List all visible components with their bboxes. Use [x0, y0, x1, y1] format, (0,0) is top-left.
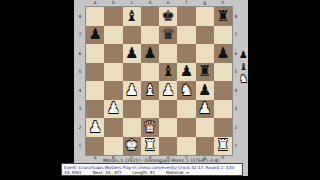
square-b1[interactable] [104, 137, 122, 156]
square-h7[interactable] [214, 26, 232, 45]
game-length: Length: 91 [133, 170, 156, 176]
square-a4[interactable] [86, 81, 104, 100]
coord-label: 1 [232, 137, 240, 156]
black-rook: ♜ [198, 64, 211, 79]
black-rook: ♜ [216, 9, 229, 24]
white-pawn: ♟ [198, 101, 211, 116]
material-balance: Material: = [166, 170, 189, 176]
black-queen: ♛ [161, 27, 174, 42]
square-d4[interactable]: ♝ [141, 81, 159, 100]
white-knight-icon: ♞ [239, 74, 248, 86]
square-g4[interactable]: ♟ [196, 81, 214, 100]
white-rook: ♜ [143, 138, 156, 153]
square-f4[interactable]: ♞ [177, 81, 195, 100]
square-b7[interactable] [104, 26, 122, 45]
black-pawn: ♟ [180, 64, 193, 79]
white-king: ♚ [125, 138, 138, 153]
square-g6[interactable] [196, 44, 214, 63]
square-b3[interactable]: ♟ [104, 100, 122, 119]
coord-label: g [196, 0, 214, 7]
chess-board[interactable]: ♝♚♜♟♛♟♟♟♝♟♜♟♝♟♞♟♟♟♟♛♚♜♜ [86, 7, 232, 155]
black-bishop: ♝ [125, 9, 138, 24]
square-f5[interactable]: ♟ [177, 63, 195, 82]
square-g5[interactable]: ♜ [196, 63, 214, 82]
coord-label: 8 [74, 7, 86, 26]
square-b8[interactable] [104, 7, 122, 26]
white-pawn: ♟ [107, 101, 120, 116]
square-g8[interactable] [196, 7, 214, 26]
coord-label: 2 [74, 118, 86, 137]
square-h1[interactable]: ♜ [214, 137, 232, 156]
black-pawn: ♟ [216, 46, 229, 61]
square-c5[interactable] [123, 63, 141, 82]
square-e5[interactable]: ♝ [159, 63, 177, 82]
black-pawn: ♟ [88, 27, 101, 42]
file-labels-top: abcdefgh [86, 0, 232, 7]
coord-label: a [86, 0, 104, 7]
square-e7[interactable]: ♛ [159, 26, 177, 45]
captured-pieces-tray: ♟♝♞ [239, 50, 248, 86]
square-g3[interactable]: ♟ [196, 100, 214, 119]
white-pawn: ♟ [125, 83, 138, 98]
coord-label: 6 [74, 44, 86, 63]
square-h3[interactable] [214, 100, 232, 119]
coord-label: f [177, 0, 195, 7]
coord-label: c [123, 0, 141, 7]
black-pawn: ♟ [125, 46, 138, 61]
square-b5[interactable] [104, 63, 122, 82]
square-f6[interactable] [177, 44, 195, 63]
white-pawn: ♟ [88, 120, 101, 135]
square-f1[interactable] [177, 137, 195, 156]
coord-label: 3 [74, 100, 86, 119]
game-info-box: Event: CrunchLabs Masters Play-In chess.… [61, 163, 243, 176]
stats-line: 34. Rfd1 Next: 34...Rf7 Length: 91 Mater… [64, 170, 240, 176]
square-g1[interactable] [196, 137, 214, 156]
square-h5[interactable] [214, 63, 232, 82]
coord-label: 4 [74, 81, 86, 100]
white-rook: ♜ [216, 138, 229, 153]
coord-label: 7 [232, 26, 240, 45]
square-d5[interactable] [141, 63, 159, 82]
move-number: 34. Rfd1 [64, 170, 82, 176]
square-f2[interactable] [177, 118, 195, 137]
square-f3[interactable] [177, 100, 195, 119]
coord-label: h [214, 0, 232, 7]
square-d3[interactable] [141, 100, 159, 119]
square-e1[interactable] [159, 137, 177, 156]
square-b2[interactable] [104, 118, 122, 137]
square-d7[interactable] [141, 26, 159, 45]
coord-label: 2 [232, 118, 240, 137]
square-a1[interactable] [86, 137, 104, 156]
square-d1[interactable]: ♜ [141, 137, 159, 156]
square-c3[interactable] [123, 100, 141, 119]
rank-labels-left: 87654321 [74, 7, 86, 155]
coord-label: d [141, 0, 159, 7]
coord-label: 8 [232, 7, 240, 26]
coord-label: 1 [74, 137, 86, 156]
square-e4[interactable]: ♟ [159, 81, 177, 100]
square-f7[interactable] [177, 26, 195, 45]
square-g2[interactable] [196, 118, 214, 137]
square-a8[interactable] [86, 7, 104, 26]
square-h4[interactable] [214, 81, 232, 100]
white-bishop: ♝ [143, 83, 156, 98]
square-f8[interactable] [177, 7, 195, 26]
white-pawn: ♟ [161, 83, 174, 98]
square-a3[interactable] [86, 100, 104, 119]
white-knight: ♞ [180, 83, 193, 98]
square-g7[interactable] [196, 26, 214, 45]
board-panel: abcdefgh abcdefgh 87654321 87654321 ♝♚♜♟… [74, 0, 248, 176]
square-e8[interactable]: ♚ [159, 7, 177, 26]
square-a2[interactable]: ♟ [86, 118, 104, 137]
coord-label: 3 [232, 100, 240, 119]
players-line: Moroni, L (2521) - Dominguez Perez, L (2… [74, 158, 248, 163]
square-e6[interactable] [159, 44, 177, 63]
square-d2[interactable]: ♛ [141, 118, 159, 137]
square-d8[interactable] [141, 7, 159, 26]
square-c6[interactable]: ♟ [123, 44, 141, 63]
black-pawn: ♟ [198, 83, 211, 98]
square-b6[interactable] [104, 44, 122, 63]
black-bishop: ♝ [161, 64, 174, 79]
square-c1[interactable]: ♚ [123, 137, 141, 156]
square-c7[interactable] [123, 26, 141, 45]
square-e2[interactable] [159, 118, 177, 137]
square-c2[interactable] [123, 118, 141, 137]
black-pawn: ♟ [143, 46, 156, 61]
square-h2[interactable] [214, 118, 232, 137]
square-c8[interactable]: ♝ [123, 7, 141, 26]
coord-label: b [104, 0, 122, 7]
square-h6[interactable]: ♟ [214, 44, 232, 63]
square-e3[interactable] [159, 100, 177, 119]
video-frame: abcdefgh abcdefgh 87654321 87654321 ♝♚♜♟… [0, 0, 320, 180]
next-move: Next: 34...Rf7 [93, 170, 122, 176]
square-a6[interactable] [86, 44, 104, 63]
coord-label: 7 [74, 26, 86, 45]
black-king: ♚ [161, 9, 174, 24]
coord-label: 5 [74, 63, 86, 82]
square-a5[interactable] [86, 63, 104, 82]
square-b4[interactable] [104, 81, 122, 100]
square-c4[interactable]: ♟ [123, 81, 141, 100]
square-h8[interactable]: ♜ [214, 7, 232, 26]
square-d6[interactable]: ♟ [141, 44, 159, 63]
coord-label: e [159, 0, 177, 7]
square-a7[interactable]: ♟ [86, 26, 104, 45]
white-queen: ♛ [143, 120, 156, 135]
